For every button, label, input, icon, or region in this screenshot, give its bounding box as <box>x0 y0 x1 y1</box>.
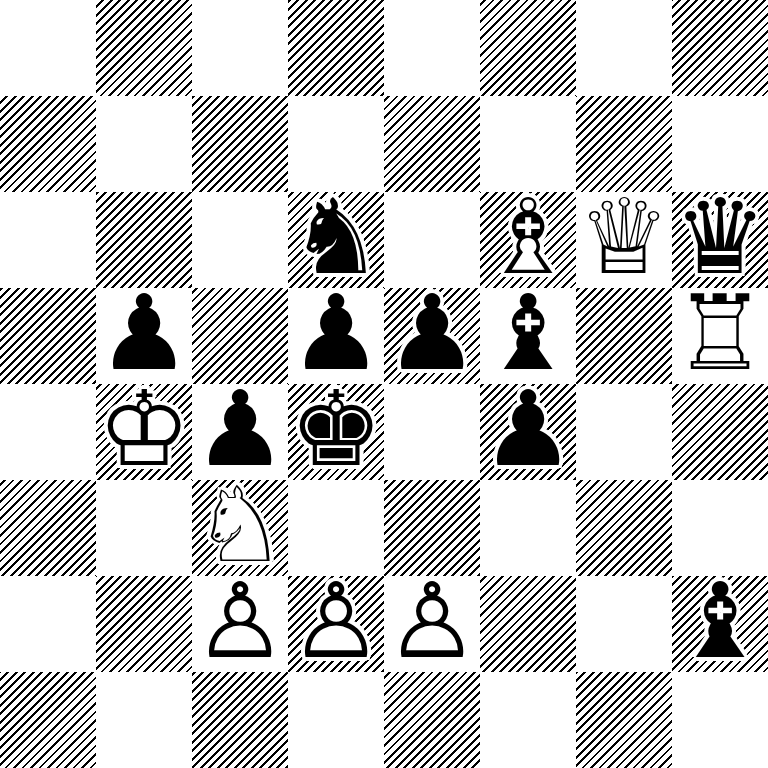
white-king-glyph: ♔ <box>96 381 192 477</box>
square-h2[interactable]: ♝♝ <box>672 576 768 672</box>
black-knight-glyph: ♞ <box>288 189 384 285</box>
square-f7[interactable] <box>480 96 576 192</box>
piece-white-pawn-c2[interactable]: ♟♙ <box>192 576 288 672</box>
square-h7[interactable] <box>672 96 768 192</box>
black-pawn-glyph: ♟ <box>384 285 480 381</box>
black-pawn-halo: ♟ <box>480 381 576 477</box>
square-b8[interactable] <box>96 0 192 96</box>
square-h8[interactable] <box>672 0 768 96</box>
black-pawn-glyph: ♟ <box>288 285 384 381</box>
square-d8[interactable] <box>288 0 384 96</box>
black-pawn-halo: ♟ <box>288 285 384 381</box>
square-g6[interactable]: ♛♕ <box>576 192 672 288</box>
square-a5[interactable] <box>0 288 96 384</box>
piece-black-pawn-f4[interactable]: ♟♟ <box>480 384 576 480</box>
black-pawn-halo: ♟ <box>384 285 480 381</box>
square-c1[interactable] <box>192 672 288 768</box>
square-d4[interactable]: ♚♚ <box>288 384 384 480</box>
square-d6[interactable]: ♞♞ <box>288 192 384 288</box>
square-a2[interactable] <box>0 576 96 672</box>
black-queen-halo: ♛ <box>672 189 768 285</box>
square-b4[interactable]: ♚♔ <box>96 384 192 480</box>
square-e3[interactable] <box>384 480 480 576</box>
white-king-halo: ♚ <box>96 381 192 477</box>
square-f3[interactable] <box>480 480 576 576</box>
white-queen-glyph: ♕ <box>576 189 672 285</box>
piece-white-pawn-d2[interactable]: ♟♙ <box>288 576 384 672</box>
square-g8[interactable] <box>576 0 672 96</box>
piece-black-bishop-f5[interactable]: ♝♝ <box>480 288 576 384</box>
black-pawn-halo: ♟ <box>192 381 288 477</box>
white-queen-halo: ♛ <box>576 189 672 285</box>
white-pawn-glyph: ♙ <box>192 573 288 669</box>
square-c3[interactable]: ♞♘ <box>192 480 288 576</box>
square-b2[interactable] <box>96 576 192 672</box>
square-h6[interactable]: ♛♛ <box>672 192 768 288</box>
square-e6[interactable] <box>384 192 480 288</box>
square-g2[interactable] <box>576 576 672 672</box>
square-c6[interactable] <box>192 192 288 288</box>
square-g3[interactable] <box>576 480 672 576</box>
square-a6[interactable] <box>0 192 96 288</box>
square-c2[interactable]: ♟♙ <box>192 576 288 672</box>
square-d7[interactable] <box>288 96 384 192</box>
square-c8[interactable] <box>192 0 288 96</box>
square-h1[interactable] <box>672 672 768 768</box>
piece-black-knight-d6[interactable]: ♞♞ <box>288 192 384 288</box>
white-pawn-halo: ♟ <box>384 573 480 669</box>
piece-black-pawn-e5[interactable]: ♟♟ <box>384 288 480 384</box>
square-g5[interactable] <box>576 288 672 384</box>
piece-black-pawn-b5[interactable]: ♟♟ <box>96 288 192 384</box>
square-f1[interactable] <box>480 672 576 768</box>
square-h3[interactable] <box>672 480 768 576</box>
square-c4[interactable]: ♟♟ <box>192 384 288 480</box>
square-e7[interactable] <box>384 96 480 192</box>
white-pawn-halo: ♟ <box>192 573 288 669</box>
square-g4[interactable] <box>576 384 672 480</box>
black-bishop-glyph: ♝ <box>672 573 768 669</box>
black-king-glyph: ♚ <box>288 381 384 477</box>
square-f2[interactable] <box>480 576 576 672</box>
square-f6[interactable]: ♝♗ <box>480 192 576 288</box>
square-e1[interactable] <box>384 672 480 768</box>
black-knight-halo: ♞ <box>288 189 384 285</box>
square-a3[interactable] <box>0 480 96 576</box>
square-f4[interactable]: ♟♟ <box>480 384 576 480</box>
square-h5[interactable]: ♜♖ <box>672 288 768 384</box>
square-f5[interactable]: ♝♝ <box>480 288 576 384</box>
square-e8[interactable] <box>384 0 480 96</box>
square-d5[interactable]: ♟♟ <box>288 288 384 384</box>
white-rook-glyph: ♖ <box>672 285 768 381</box>
piece-white-bishop-f6[interactable]: ♝♗ <box>480 192 576 288</box>
white-knight-halo: ♞ <box>192 477 288 573</box>
square-d2[interactable]: ♟♙ <box>288 576 384 672</box>
piece-white-king-b4[interactable]: ♚♔ <box>96 384 192 480</box>
piece-white-pawn-e2[interactable]: ♟♙ <box>384 576 480 672</box>
square-b6[interactable] <box>96 192 192 288</box>
white-knight-glyph: ♘ <box>192 477 288 573</box>
square-c7[interactable] <box>192 96 288 192</box>
white-bishop-glyph: ♗ <box>480 189 576 285</box>
square-d3[interactable] <box>288 480 384 576</box>
black-queen-glyph: ♛ <box>672 189 768 285</box>
square-a8[interactable] <box>0 0 96 96</box>
square-a4[interactable] <box>0 384 96 480</box>
black-bishop-halo: ♝ <box>672 573 768 669</box>
square-e5[interactable]: ♟♟ <box>384 288 480 384</box>
square-b3[interactable] <box>96 480 192 576</box>
square-c5[interactable] <box>192 288 288 384</box>
piece-black-king-d4[interactable]: ♚♚ <box>288 384 384 480</box>
square-h4[interactable] <box>672 384 768 480</box>
chess-board: ♞♞♝♗♛♕♛♛♟♟♟♟♟♟♝♝♜♖♚♔♟♟♚♚♟♟♞♘♟♙♟♙♟♙♝♝ <box>0 0 768 768</box>
piece-white-knight-c3[interactable]: ♞♘ <box>192 480 288 576</box>
white-pawn-glyph: ♙ <box>288 573 384 669</box>
square-g7[interactable] <box>576 96 672 192</box>
square-d1[interactable] <box>288 672 384 768</box>
square-a7[interactable] <box>0 96 96 192</box>
piece-white-rook-h5[interactable]: ♜♖ <box>672 288 768 384</box>
white-pawn-halo: ♟ <box>288 573 384 669</box>
square-a1[interactable] <box>0 672 96 768</box>
black-pawn-glyph: ♟ <box>192 381 288 477</box>
piece-black-pawn-c4[interactable]: ♟♟ <box>192 384 288 480</box>
piece-black-bishop-h2[interactable]: ♝♝ <box>672 576 768 672</box>
black-bishop-glyph: ♝ <box>480 285 576 381</box>
square-b1[interactable] <box>96 672 192 768</box>
white-pawn-glyph: ♙ <box>384 573 480 669</box>
black-pawn-glyph: ♟ <box>480 381 576 477</box>
square-e4[interactable] <box>384 384 480 480</box>
piece-white-queen-g6[interactable]: ♛♕ <box>576 192 672 288</box>
square-g1[interactable] <box>576 672 672 768</box>
black-pawn-glyph: ♟ <box>96 285 192 381</box>
black-pawn-halo: ♟ <box>96 285 192 381</box>
square-b7[interactable] <box>96 96 192 192</box>
square-b5[interactable]: ♟♟ <box>96 288 192 384</box>
white-rook-halo: ♜ <box>672 285 768 381</box>
black-bishop-halo: ♝ <box>480 285 576 381</box>
piece-black-pawn-d5[interactable]: ♟♟ <box>288 288 384 384</box>
square-f8[interactable] <box>480 0 576 96</box>
piece-black-queen-h6[interactable]: ♛♛ <box>672 192 768 288</box>
black-king-halo: ♚ <box>288 381 384 477</box>
square-e2[interactable]: ♟♙ <box>384 576 480 672</box>
white-bishop-halo: ♝ <box>480 189 576 285</box>
